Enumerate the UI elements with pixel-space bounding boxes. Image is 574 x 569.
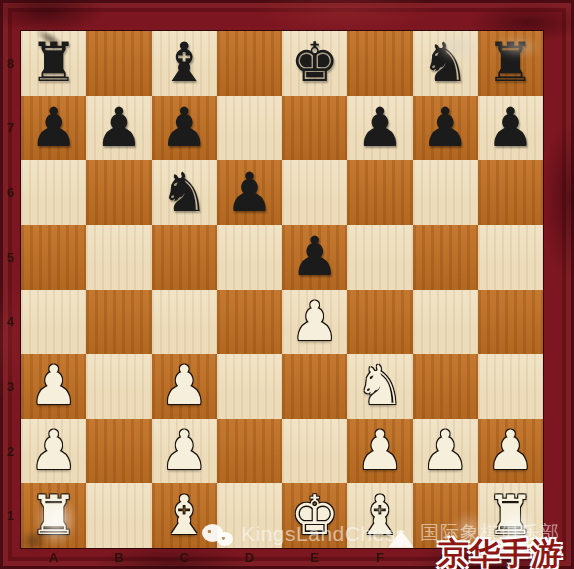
- white-rook-h1: ♜: [486, 489, 534, 543]
- white-pawn-a2: ♟: [29, 424, 77, 478]
- square-e2: [282, 419, 347, 484]
- square-b2: [86, 419, 151, 484]
- square-d2: [217, 419, 282, 484]
- square-f1: ♝: [347, 483, 412, 548]
- black-pawn-h7: ♟: [486, 101, 534, 155]
- square-e8: ♚: [282, 31, 347, 96]
- square-c3: ♟: [152, 354, 217, 419]
- white-pawn-g2: ♟: [421, 424, 469, 478]
- white-pawn-a3: ♟: [29, 359, 77, 413]
- rank-label-5: 5: [0, 225, 21, 290]
- square-d8: [217, 31, 282, 96]
- black-rook-h8: ♜: [486, 36, 534, 90]
- square-a8: ♜: [21, 31, 86, 96]
- file-label-e: E: [282, 546, 347, 568]
- file-label-a: A: [21, 546, 86, 568]
- square-f6: [347, 160, 412, 225]
- rank-label-2: 2: [0, 419, 21, 484]
- square-h3: [478, 354, 543, 419]
- square-g3: [413, 354, 478, 419]
- square-g4: [413, 290, 478, 355]
- square-a7: ♟: [21, 96, 86, 161]
- square-h4: [478, 290, 543, 355]
- file-labels: ABCDEFGH: [21, 546, 543, 568]
- black-pawn-g7: ♟: [421, 101, 469, 155]
- black-pawn-c7: ♟: [160, 101, 208, 155]
- black-pawn-d6: ♟: [225, 166, 273, 220]
- square-d4: [217, 290, 282, 355]
- board: ♜♝♚♞♜♟♟♟♟♟♟♞♟♟♟♟♟♞♟♟♟♟♟♜♝♚♝♜: [21, 31, 543, 548]
- file-label-g: G: [413, 546, 478, 568]
- square-a2: ♟: [21, 419, 86, 484]
- rank-label-1: 1: [0, 483, 21, 548]
- file-label-b: B: [86, 546, 151, 568]
- white-pawn-e4: ♟: [290, 295, 338, 349]
- rank-label-7: 7: [0, 96, 21, 161]
- square-e3: [282, 354, 347, 419]
- square-b3: [86, 354, 151, 419]
- square-h6: [478, 160, 543, 225]
- square-c8: ♝: [152, 31, 217, 96]
- black-knight-g8: ♞: [421, 36, 469, 90]
- black-knight-c6: ♞: [160, 166, 208, 220]
- square-c7: ♟: [152, 96, 217, 161]
- square-c6: ♞: [152, 160, 217, 225]
- square-e7: [282, 96, 347, 161]
- white-pawn-c2: ♟: [160, 424, 208, 478]
- rank-label-8: 8: [0, 31, 21, 96]
- square-a6: [21, 160, 86, 225]
- square-c1: ♝: [152, 483, 217, 548]
- square-b4: [86, 290, 151, 355]
- square-h1: ♜: [478, 483, 543, 548]
- file-label-h: H: [478, 546, 543, 568]
- square-d1: [217, 483, 282, 548]
- square-f2: ♟: [347, 419, 412, 484]
- square-a3: ♟: [21, 354, 86, 419]
- file-label-c: C: [152, 546, 217, 568]
- square-d3: [217, 354, 282, 419]
- white-pawn-f2: ♟: [356, 424, 404, 478]
- white-bishop-c1: ♝: [160, 489, 208, 543]
- square-f7: ♟: [347, 96, 412, 161]
- square-b8: [86, 31, 151, 96]
- square-c2: ♟: [152, 419, 217, 484]
- black-pawn-a7: ♟: [29, 101, 77, 155]
- black-pawn-b7: ♟: [95, 101, 143, 155]
- rank-label-3: 3: [0, 354, 21, 419]
- square-e4: ♟: [282, 290, 347, 355]
- square-f5: [347, 225, 412, 290]
- rank-label-4: 4: [0, 290, 21, 355]
- rank-label-6: 6: [0, 160, 21, 225]
- white-king-e1: ♚: [290, 489, 338, 543]
- square-g1: [413, 483, 478, 548]
- square-g5: [413, 225, 478, 290]
- black-king-e8: ♚: [290, 36, 338, 90]
- square-d5: [217, 225, 282, 290]
- file-label-f: F: [347, 546, 412, 568]
- square-h2: ♟: [478, 419, 543, 484]
- square-c5: [152, 225, 217, 290]
- white-knight-f3: ♞: [356, 359, 404, 413]
- square-b5: [86, 225, 151, 290]
- square-h5: [478, 225, 543, 290]
- black-pawn-f7: ♟: [356, 101, 404, 155]
- square-f3: ♞: [347, 354, 412, 419]
- white-pawn-c3: ♟: [160, 359, 208, 413]
- square-g8: ♞: [413, 31, 478, 96]
- black-bishop-c8: ♝: [160, 36, 208, 90]
- square-h8: ♜: [478, 31, 543, 96]
- square-f8: [347, 31, 412, 96]
- rank-labels: 87654321: [0, 31, 21, 548]
- square-h7: ♟: [478, 96, 543, 161]
- white-rook-a1: ♜: [29, 489, 77, 543]
- white-pawn-h2: ♟: [486, 424, 534, 478]
- square-g7: ♟: [413, 96, 478, 161]
- file-label-d: D: [217, 546, 282, 568]
- square-g6: [413, 160, 478, 225]
- square-b7: ♟: [86, 96, 151, 161]
- square-c4: [152, 290, 217, 355]
- square-a5: [21, 225, 86, 290]
- square-f4: [347, 290, 412, 355]
- square-a4: [21, 290, 86, 355]
- square-e1: ♚: [282, 483, 347, 548]
- square-d7: [217, 96, 282, 161]
- square-g2: ♟: [413, 419, 478, 484]
- square-e5: ♟: [282, 225, 347, 290]
- white-bishop-f1: ♝: [356, 489, 404, 543]
- square-b1: [86, 483, 151, 548]
- square-b6: [86, 160, 151, 225]
- black-pawn-e5: ♟: [290, 230, 338, 284]
- square-e6: [282, 160, 347, 225]
- square-a1: ♜: [21, 483, 86, 548]
- square-d6: ♟: [217, 160, 282, 225]
- black-rook-a8: ♜: [29, 36, 77, 90]
